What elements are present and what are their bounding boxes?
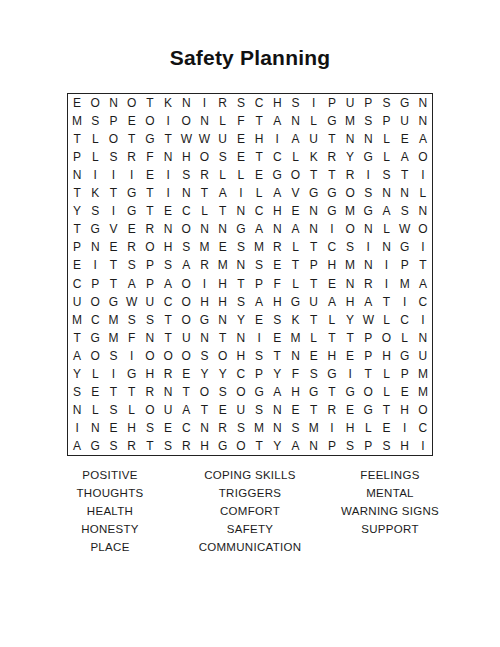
grid-cell: O <box>123 94 141 112</box>
grid-cell: S <box>232 419 250 437</box>
grid-cell: T <box>123 130 141 148</box>
grid-cell: T <box>305 274 323 292</box>
grid-cell: S <box>232 94 250 112</box>
grid-cell: T <box>305 238 323 256</box>
grid-cell: N <box>286 347 304 365</box>
grid-cell: E <box>86 383 104 401</box>
grid-cell: O <box>141 112 159 130</box>
grid-cell: L <box>323 311 341 329</box>
grid-cell: L <box>305 329 323 347</box>
grid-cell: H <box>177 148 195 166</box>
grid-cell: C <box>323 238 341 256</box>
grid-cell: S <box>177 238 195 256</box>
grid-cell: K <box>86 184 104 202</box>
grid-cell: U <box>232 401 250 419</box>
grid-cell: N <box>141 329 159 347</box>
grid-cell: R <box>141 383 159 401</box>
grid-cell: E <box>214 401 232 419</box>
grid-cell: L <box>286 148 304 166</box>
grid-cell: H <box>377 347 395 365</box>
grid-cell: K <box>286 311 304 329</box>
grid-cell: I <box>250 329 268 347</box>
grid-cell: E <box>159 419 177 437</box>
grid-cell: L <box>286 238 304 256</box>
grid-cell: I <box>86 166 104 184</box>
grid-cell: G <box>359 202 377 220</box>
grid-cell: G <box>396 347 414 365</box>
grid-cell: N <box>414 329 432 347</box>
grid-cell: N <box>232 256 250 274</box>
grid-cell: S <box>359 112 377 130</box>
grid-cell: R <box>123 148 141 166</box>
grid-cell: N <box>305 437 323 455</box>
grid-cell: O <box>104 130 122 148</box>
grid-cell: N <box>341 274 359 292</box>
grid-cell: H <box>323 347 341 365</box>
grid-cell: T <box>68 329 86 347</box>
grid-cell: I <box>341 365 359 383</box>
grid-cell: M <box>396 274 414 292</box>
grid-cell: U <box>177 329 195 347</box>
grid-cell: T <box>305 401 323 419</box>
grid-cell: T <box>141 202 159 220</box>
grid-cell: N <box>396 184 414 202</box>
grid-cell: I <box>377 256 395 274</box>
grid-cell: O <box>177 311 195 329</box>
grid-cell: T <box>250 112 268 130</box>
grid-cell: S <box>141 419 159 437</box>
grid-cell: R <box>123 238 141 256</box>
grid-cell: T <box>141 437 159 455</box>
grid-cell: Y <box>341 311 359 329</box>
grid-cell: T <box>195 401 213 419</box>
grid-cell: R <box>323 401 341 419</box>
grid-cell: A <box>177 401 195 419</box>
grid-cell: M <box>250 238 268 256</box>
grid-cell: V <box>286 184 304 202</box>
grid-cell: T <box>250 437 268 455</box>
grid-cell: T <box>104 184 122 202</box>
grid-cell: S <box>214 383 232 401</box>
grid-cell: S <box>104 148 122 166</box>
grid-cell: C <box>396 311 414 329</box>
grid-cell: N <box>68 166 86 184</box>
grid-cell: I <box>323 220 341 238</box>
grid-cell: Y <box>341 148 359 166</box>
grid-cell: I <box>414 166 432 184</box>
grid-cell: P <box>359 347 377 365</box>
grid-cell: L <box>377 130 395 148</box>
grid-cell: E <box>286 202 304 220</box>
word-item: HEALTH <box>40 502 180 520</box>
grid-cell: I <box>104 166 122 184</box>
grid-cell: T <box>323 329 341 347</box>
grid-cell: A <box>177 256 195 274</box>
grid-cell: P <box>141 274 159 292</box>
grid-cell: O <box>177 112 195 130</box>
grid-cell: G <box>250 383 268 401</box>
grid-cell: C <box>250 202 268 220</box>
grid-cell: N <box>286 112 304 130</box>
grid-cell: P <box>377 112 395 130</box>
grid-cell: M <box>250 419 268 437</box>
grid-cell: G <box>123 365 141 383</box>
grid-cell: A <box>268 383 286 401</box>
grid-cell: C <box>86 311 104 329</box>
grid-cell: N <box>414 202 432 220</box>
grid-cell: U <box>159 401 177 419</box>
word-item: PLACE <box>40 538 180 556</box>
grid-cell: M <box>104 311 122 329</box>
grid-cell: S <box>232 238 250 256</box>
grid-cell: C <box>177 202 195 220</box>
grid-cell: E <box>214 238 232 256</box>
grid-cell: L <box>377 220 395 238</box>
grid-cell: T <box>123 383 141 401</box>
grid-cell: M <box>286 329 304 347</box>
grid-cell: G <box>305 383 323 401</box>
grid-cell: T <box>141 94 159 112</box>
grid-cell: H <box>195 293 213 311</box>
grid-cell: A <box>359 293 377 311</box>
word-item: POSITIVE <box>40 466 180 484</box>
grid-cell: U <box>214 130 232 148</box>
grid-cell: C <box>414 293 432 311</box>
grid-cell: P <box>396 256 414 274</box>
grid-cell: P <box>323 94 341 112</box>
grid-cell: Y <box>68 365 86 383</box>
grid-cell: U <box>305 293 323 311</box>
grid-cell: T <box>159 311 177 329</box>
grid-cell: O <box>414 148 432 166</box>
word-search-grid: EONOTKNIRSCHSIPUPSGNMSPEOIONLFTANLGMSPUN… <box>67 93 433 456</box>
grid-cell: M <box>68 311 86 329</box>
grid-cell: I <box>396 419 414 437</box>
grid-cell: E <box>268 329 286 347</box>
grid-cell: E <box>68 256 86 274</box>
grid-cell: Y <box>214 365 232 383</box>
grid-cell: O <box>177 293 195 311</box>
grid-cell: O <box>141 401 159 419</box>
grid-cell: I <box>359 166 377 184</box>
word-item: SUPPORT <box>320 520 460 538</box>
grid-cell: C <box>68 274 86 292</box>
grid-cell: A <box>159 274 177 292</box>
grid-cell: S <box>286 419 304 437</box>
grid-cell: T <box>305 311 323 329</box>
grid-cell: Y <box>195 365 213 383</box>
grid-cell: A <box>123 274 141 292</box>
grid-cell: P <box>250 274 268 292</box>
grid-cell: A <box>286 130 304 148</box>
grid-cell: T <box>68 130 86 148</box>
grid-cell: C <box>177 419 195 437</box>
grid-cell: N <box>268 220 286 238</box>
grid-cell: H <box>232 347 250 365</box>
grid-cell: N <box>86 419 104 437</box>
grid-cell: E <box>250 311 268 329</box>
grid-cell: S <box>359 184 377 202</box>
grid-cell: M <box>68 112 86 130</box>
grid-cell: I <box>305 94 323 112</box>
grid-cell: O <box>141 238 159 256</box>
grid-cell: T <box>214 329 232 347</box>
grid-cell: H <box>214 293 232 311</box>
grid-cell: G <box>123 184 141 202</box>
grid-cell: O <box>159 347 177 365</box>
grid-cell: G <box>396 94 414 112</box>
grid-cell: T <box>286 256 304 274</box>
grid-cell: I <box>195 274 213 292</box>
grid-cell: N <box>359 130 377 148</box>
grid-cell: H <box>123 419 141 437</box>
grid-cell: E <box>232 148 250 166</box>
grid-cell: N <box>305 220 323 238</box>
grid-cell: N <box>359 220 377 238</box>
grid-cell: A <box>68 437 86 455</box>
grid-cell: N <box>232 202 250 220</box>
grid-cell: H <box>286 383 304 401</box>
grid-cell: T <box>104 383 122 401</box>
grid-cell: S <box>250 347 268 365</box>
grid-cell: E <box>68 94 86 112</box>
grid-cell: N <box>341 130 359 148</box>
grid-cell: S <box>341 238 359 256</box>
grid-cell: E <box>123 220 141 238</box>
grid-cell: I <box>268 130 286 148</box>
grid-cell: L <box>123 401 141 419</box>
grid-cell: N <box>177 94 195 112</box>
grid-cell: M <box>341 256 359 274</box>
grid-cell: G <box>232 220 250 238</box>
grid-cell: G <box>323 202 341 220</box>
grid-cell: S <box>104 401 122 419</box>
grid-cell: G <box>141 130 159 148</box>
grid-cell: N <box>195 329 213 347</box>
grid-cell: M <box>341 112 359 130</box>
grid-cell: R <box>195 256 213 274</box>
grid-cell: O <box>286 166 304 184</box>
grid-cell: S <box>250 256 268 274</box>
grid-cell: O <box>86 293 104 311</box>
grid-cell: L <box>286 274 304 292</box>
grid-cell: O <box>195 148 213 166</box>
grid-cell: T <box>214 202 232 220</box>
grid-cell: T <box>377 401 395 419</box>
grid-cell: G <box>323 184 341 202</box>
grid-cell: W <box>123 293 141 311</box>
grid-cell: I <box>104 365 122 383</box>
grid-cell: E <box>250 166 268 184</box>
grid-cell: E <box>286 401 304 419</box>
grid-cell: T <box>141 184 159 202</box>
grid-cell: N <box>159 383 177 401</box>
grid-cell: R <box>268 238 286 256</box>
grid-cell: G <box>323 112 341 130</box>
grid-cell: T <box>359 365 377 383</box>
grid-cell: S <box>250 401 268 419</box>
grid-cell: I <box>414 437 432 455</box>
puzzle-title: Safety Planning <box>0 46 500 70</box>
grid-cell: T <box>68 184 86 202</box>
grid-cell: F <box>286 365 304 383</box>
grid-cell: E <box>232 130 250 148</box>
grid-cell: R <box>341 166 359 184</box>
grid-cell: H <box>341 293 359 311</box>
grid-cell: R <box>123 437 141 455</box>
grid-cell: I <box>159 184 177 202</box>
grid-cell: E <box>141 166 159 184</box>
grid-cell: R <box>214 419 232 437</box>
grid-cell: A <box>268 112 286 130</box>
grid-cell: P <box>396 365 414 383</box>
word-item: SAFETY <box>180 520 320 538</box>
grid-cell: E <box>268 256 286 274</box>
grid-cell: L <box>377 383 395 401</box>
grid-cell: O <box>359 383 377 401</box>
grid-cell: N <box>268 401 286 419</box>
grid-cell: W <box>195 130 213 148</box>
grid-cell: O <box>177 274 195 292</box>
grid-cell: S <box>159 256 177 274</box>
word-list: POSITIVETHOUGHTSHEALTHHONESTYPLACE COPIN… <box>40 466 460 556</box>
grid-cell: T <box>341 329 359 347</box>
grid-cell: S <box>177 166 195 184</box>
grid-cell: S <box>377 437 395 455</box>
grid-cell: A <box>323 293 341 311</box>
grid-cell: O <box>86 94 104 112</box>
grid-cell: L <box>232 166 250 184</box>
grid-cell: S <box>141 311 159 329</box>
grid-cell: N <box>159 220 177 238</box>
grid-cell: T <box>177 383 195 401</box>
grid-cell: N <box>68 401 86 419</box>
grid-cell: S <box>341 437 359 455</box>
grid-cell: F <box>268 274 286 292</box>
grid-cell: O <box>214 347 232 365</box>
grid-cell: S <box>305 365 323 383</box>
grid-cell: P <box>68 238 86 256</box>
grid-cell: I <box>414 238 432 256</box>
grid-cell: L <box>86 365 104 383</box>
grid-cell: U <box>396 112 414 130</box>
grid-cell: N <box>86 238 104 256</box>
grid-cell: R <box>159 365 177 383</box>
grid-cell: N <box>414 94 432 112</box>
grid-cell: M <box>341 202 359 220</box>
grid-cell: O <box>414 220 432 238</box>
grid-cell: S <box>377 94 395 112</box>
grid-cell: O <box>177 220 195 238</box>
grid-cell: H <box>268 293 286 311</box>
grid-cell: C <box>232 365 250 383</box>
grid-cell: A <box>377 202 395 220</box>
grid-cell: H <box>396 401 414 419</box>
grid-cell: K <box>305 148 323 166</box>
grid-cell: G <box>214 437 232 455</box>
grid-cell: G <box>359 148 377 166</box>
grid-cell: F <box>123 329 141 347</box>
grid-cell: G <box>268 166 286 184</box>
grid-cell: S <box>268 311 286 329</box>
grid-cell: I <box>195 94 213 112</box>
grid-cell: G <box>341 383 359 401</box>
grid-cell: F <box>141 148 159 166</box>
grid-cell: F <box>232 112 250 130</box>
grid-cell: A <box>396 148 414 166</box>
grid-cell: E <box>123 112 141 130</box>
grid-cell: E <box>104 419 122 437</box>
grid-cell: E <box>104 238 122 256</box>
grid-cell: N <box>305 202 323 220</box>
grid-cell: N <box>195 220 213 238</box>
grid-cell: R <box>141 220 159 238</box>
grid-cell: P <box>305 256 323 274</box>
grid-cell: H <box>141 365 159 383</box>
grid-cell: I <box>396 293 414 311</box>
grid-cell: G <box>86 329 104 347</box>
grid-cell: N <box>195 419 213 437</box>
grid-cell: G <box>123 202 141 220</box>
grid-cell: A <box>250 220 268 238</box>
grid-cell: P <box>141 256 159 274</box>
grid-cell: L <box>377 311 395 329</box>
word-list-column-2: COPING SKILLSTRIGGERSCOMFORTSAFETYCOMMUN… <box>180 466 320 556</box>
grid-cell: S <box>104 347 122 365</box>
grid-cell: A <box>286 437 304 455</box>
grid-cell: G <box>104 293 122 311</box>
worksheet-page: Safety Planning EONOTKNIRSCHSIPUPSGNMSPE… <box>0 0 500 647</box>
grid-cell: I <box>123 166 141 184</box>
grid-cell: C <box>268 148 286 166</box>
grid-cell: E <box>159 202 177 220</box>
grid-cell: P <box>359 437 377 455</box>
grid-cell: M <box>305 419 323 437</box>
grid-cell: N <box>214 220 232 238</box>
grid-cell: T <box>323 383 341 401</box>
grid-cell: I <box>414 311 432 329</box>
grid-cell: U <box>414 347 432 365</box>
grid-cell: O <box>377 329 395 347</box>
grid-cell: O <box>195 383 213 401</box>
grid-cell: I <box>104 202 122 220</box>
grid-cell: T <box>68 220 86 238</box>
grid-cell: L <box>214 112 232 130</box>
grid-cell: A <box>68 347 86 365</box>
grid-cell: I <box>159 112 177 130</box>
grid-cell: G <box>86 220 104 238</box>
grid-cell: I <box>359 238 377 256</box>
grid-cell: E <box>396 130 414 148</box>
grid-cell: A <box>268 184 286 202</box>
grid-cell: L <box>414 184 432 202</box>
grid-cell: K <box>159 94 177 112</box>
grid-cell: N <box>268 419 286 437</box>
grid-cell: M <box>104 329 122 347</box>
grid-cell: V <box>104 220 122 238</box>
grid-cell: H <box>195 437 213 455</box>
grid-cell: P <box>359 94 377 112</box>
grid-cell: L <box>359 419 377 437</box>
word-item: TRIGGERS <box>180 484 320 502</box>
grid-cell: S <box>377 166 395 184</box>
grid-cell: H <box>268 202 286 220</box>
grid-cell: T <box>104 274 122 292</box>
word-item: FEELINGS <box>320 466 460 484</box>
grid-cell: R <box>177 437 195 455</box>
grid-cell: N <box>414 112 432 130</box>
grid-cell: N <box>159 148 177 166</box>
